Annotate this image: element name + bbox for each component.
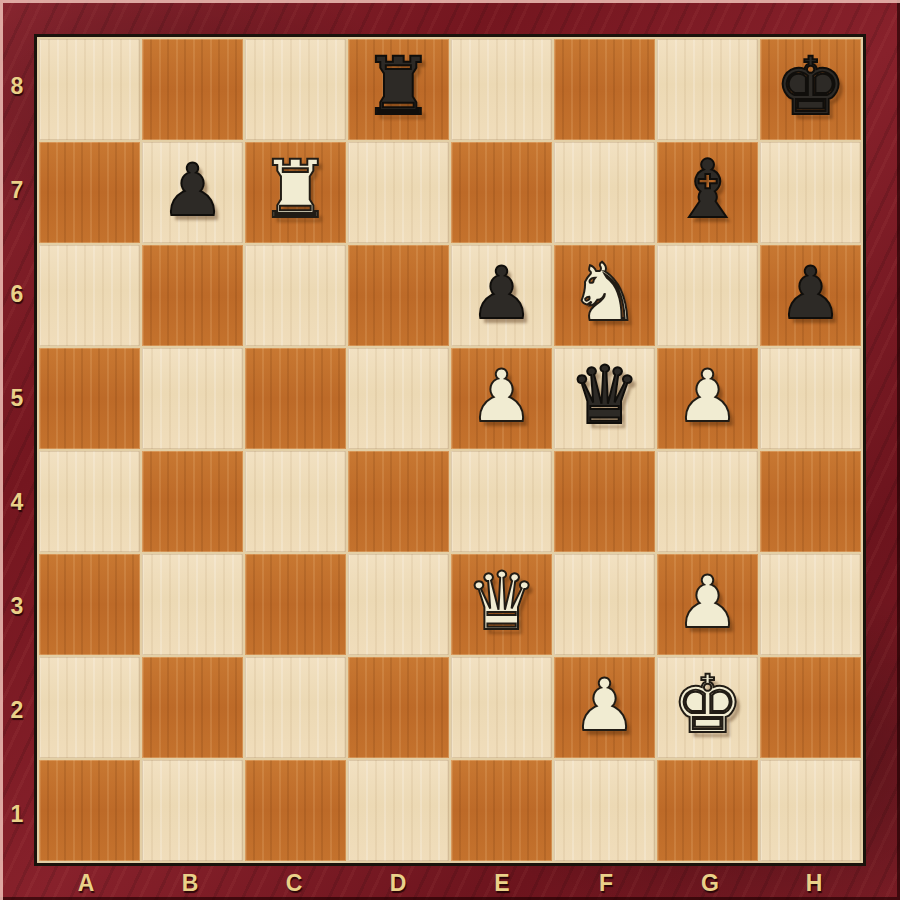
square-c1[interactable] [245,760,346,861]
square-g5[interactable]: ♟ [657,348,758,449]
file-label-f: F [554,866,658,900]
white-pawn[interactable]: ♟ [675,360,740,432]
rank-label-6: 6 [0,242,34,346]
square-b3[interactable] [142,554,243,655]
square-f8[interactable] [554,39,655,140]
square-b8[interactable] [142,39,243,140]
square-h7[interactable] [760,142,861,243]
white-pawn[interactable]: ♟ [572,669,637,741]
square-g7[interactable]: ♝ [657,142,758,243]
black-pawn[interactable]: ♟ [160,154,225,226]
square-a7[interactable] [39,142,140,243]
square-b4[interactable] [142,451,243,552]
square-g3[interactable]: ♟ [657,554,758,655]
square-d3[interactable] [348,554,449,655]
square-c4[interactable] [245,451,346,552]
black-pawn[interactable]: ♟ [469,257,534,329]
white-pawn[interactable]: ♟ [469,360,534,432]
square-b5[interactable] [142,348,243,449]
white-king[interactable]: ♚ [672,665,744,745]
black-pawn[interactable]: ♟ [778,257,843,329]
square-a5[interactable] [39,348,140,449]
square-e8[interactable] [451,39,552,140]
square-e7[interactable] [451,142,552,243]
file-label-d: D [346,866,450,900]
square-h4[interactable] [760,451,861,552]
square-c2[interactable] [245,657,346,758]
square-b6[interactable] [142,245,243,346]
square-g4[interactable] [657,451,758,552]
square-c6[interactable] [245,245,346,346]
square-d1[interactable] [348,760,449,861]
square-h5[interactable] [760,348,861,449]
square-a6[interactable] [39,245,140,346]
square-a2[interactable] [39,657,140,758]
square-e3[interactable]: ♛ [451,554,552,655]
square-b2[interactable] [142,657,243,758]
white-knight[interactable]: ♞ [569,253,641,333]
rank-label-1: 1 [0,762,34,866]
square-f7[interactable] [554,142,655,243]
square-g2[interactable]: ♚ [657,657,758,758]
square-g6[interactable] [657,245,758,346]
square-f2[interactable]: ♟ [554,657,655,758]
square-c5[interactable] [245,348,346,449]
square-f6[interactable]: ♞ [554,245,655,346]
square-f5[interactable]: ♛ [554,348,655,449]
file-label-a: A [34,866,138,900]
file-labels: ABCDEFGH [34,866,866,900]
white-pawn[interactable]: ♟ [675,566,740,638]
chess-board: ♜♚♟♜♝♟♞♟♟♛♟♛♟♟♚ [34,34,866,866]
square-b7[interactable]: ♟ [142,142,243,243]
square-d4[interactable] [348,451,449,552]
rank-label-2: 2 [0,658,34,762]
square-c3[interactable] [245,554,346,655]
square-e2[interactable] [451,657,552,758]
rank-label-4: 4 [0,450,34,554]
square-a4[interactable] [39,451,140,552]
black-rook[interactable]: ♜ [363,47,435,127]
file-label-e: E [450,866,554,900]
square-e1[interactable] [451,760,552,861]
square-a3[interactable] [39,554,140,655]
white-queen[interactable]: ♛ [466,562,538,642]
rank-label-3: 3 [0,554,34,658]
file-label-h: H [762,866,866,900]
square-h1[interactable] [760,760,861,861]
black-bishop[interactable]: ♝ [672,150,744,230]
rank-labels: 87654321 [0,34,34,866]
square-e4[interactable] [451,451,552,552]
square-d2[interactable] [348,657,449,758]
file-label-b: B [138,866,242,900]
square-c8[interactable] [245,39,346,140]
rank-label-7: 7 [0,138,34,242]
square-f4[interactable] [554,451,655,552]
square-e5[interactable]: ♟ [451,348,552,449]
square-d6[interactable] [348,245,449,346]
square-h8[interactable]: ♚ [760,39,861,140]
square-d7[interactable] [348,142,449,243]
square-f3[interactable] [554,554,655,655]
square-a1[interactable] [39,760,140,861]
square-h2[interactable] [760,657,861,758]
black-king[interactable]: ♚ [775,47,847,127]
square-g8[interactable] [657,39,758,140]
square-b1[interactable] [142,760,243,861]
rank-label-8: 8 [0,34,34,138]
square-f1[interactable] [554,760,655,861]
square-c7[interactable]: ♜ [245,142,346,243]
square-g1[interactable] [657,760,758,861]
rank-label-5: 5 [0,346,34,450]
black-queen[interactable]: ♛ [569,356,641,436]
square-h3[interactable] [760,554,861,655]
square-d8[interactable]: ♜ [348,39,449,140]
file-label-c: C [242,866,346,900]
file-label-g: G [658,866,762,900]
white-rook[interactable]: ♜ [260,150,332,230]
square-h6[interactable]: ♟ [760,245,861,346]
square-d5[interactable] [348,348,449,449]
square-e6[interactable]: ♟ [451,245,552,346]
square-a8[interactable] [39,39,140,140]
